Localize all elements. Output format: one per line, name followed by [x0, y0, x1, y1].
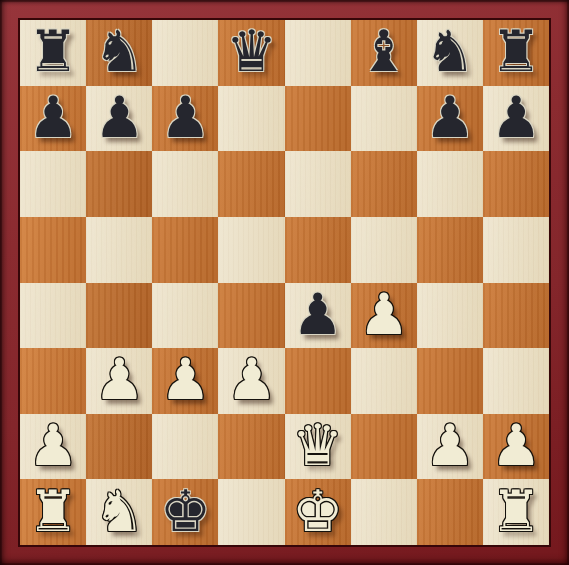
white-rook-h1[interactable]: ♜ — [490, 483, 541, 540]
square-g2[interactable]: ♟ — [417, 414, 483, 480]
square-g4[interactable] — [417, 283, 483, 349]
black-pawn-b7[interactable]: ♟ — [94, 89, 145, 146]
square-g3[interactable] — [417, 348, 483, 414]
square-b5[interactable] — [86, 217, 152, 283]
square-c8[interactable] — [152, 20, 218, 86]
square-c5[interactable] — [152, 217, 218, 283]
square-h1[interactable]: ♜ — [483, 479, 549, 545]
square-c7[interactable]: ♟ — [152, 86, 218, 152]
black-pawn-g7[interactable]: ♟ — [424, 89, 475, 146]
square-b8[interactable]: ♞ — [86, 20, 152, 86]
square-b4[interactable] — [86, 283, 152, 349]
square-a7[interactable]: ♟ — [20, 86, 86, 152]
black-knight-b8[interactable]: ♞ — [94, 23, 145, 80]
square-e8[interactable] — [285, 20, 351, 86]
square-c2[interactable] — [152, 414, 218, 480]
square-g5[interactable] — [417, 217, 483, 283]
square-c6[interactable] — [152, 151, 218, 217]
black-pawn-c7[interactable]: ♟ — [160, 89, 211, 146]
square-c3[interactable]: ♟ — [152, 348, 218, 414]
white-pawn-a2[interactable]: ♟ — [28, 417, 79, 474]
black-rook-a8[interactable]: ♜ — [28, 23, 79, 80]
square-d1[interactable] — [218, 479, 284, 545]
square-c1[interactable]: ♚ — [152, 479, 218, 545]
white-king-e1[interactable]: ♚ — [292, 483, 343, 540]
square-g1[interactable] — [417, 479, 483, 545]
square-e5[interactable] — [285, 217, 351, 283]
white-pawn-f4[interactable]: ♟ — [358, 286, 409, 343]
square-f8[interactable]: ♝ — [351, 20, 417, 86]
square-d3[interactable]: ♟ — [218, 348, 284, 414]
square-d8[interactable]: ♛ — [218, 20, 284, 86]
square-d2[interactable] — [218, 414, 284, 480]
square-d5[interactable] — [218, 217, 284, 283]
square-d4[interactable] — [218, 283, 284, 349]
square-e4[interactable]: ♟ — [285, 283, 351, 349]
square-g6[interactable] — [417, 151, 483, 217]
square-b2[interactable] — [86, 414, 152, 480]
square-b6[interactable] — [86, 151, 152, 217]
square-h3[interactable] — [483, 348, 549, 414]
white-pawn-d3[interactable]: ♟ — [226, 351, 277, 408]
black-bishop-f8[interactable]: ♝ — [358, 23, 409, 80]
square-b7[interactable]: ♟ — [86, 86, 152, 152]
square-b1[interactable]: ♞ — [86, 479, 152, 545]
square-h7[interactable]: ♟ — [483, 86, 549, 152]
square-a5[interactable] — [20, 217, 86, 283]
white-knight-b1[interactable]: ♞ — [94, 483, 145, 540]
square-g7[interactable]: ♟ — [417, 86, 483, 152]
white-rook-a1[interactable]: ♜ — [28, 483, 79, 540]
square-a6[interactable] — [20, 151, 86, 217]
black-pawn-h7[interactable]: ♟ — [490, 89, 541, 146]
square-g8[interactable]: ♞ — [417, 20, 483, 86]
black-queen-d8[interactable]: ♛ — [226, 23, 277, 80]
black-pawn-a7[interactable]: ♟ — [28, 89, 79, 146]
square-c4[interactable] — [152, 283, 218, 349]
square-h2[interactable]: ♟ — [483, 414, 549, 480]
black-king-c1[interactable]: ♚ — [160, 483, 211, 540]
board-frame: ♜♞♛♝♞♜♟♟♟♟♟♟♟♟♟♟♟♛♟♟♜♞♚♚♜ — [0, 0, 569, 565]
white-pawn-h2[interactable]: ♟ — [490, 417, 541, 474]
square-f2[interactable] — [351, 414, 417, 480]
black-pawn-e4[interactable]: ♟ — [292, 286, 343, 343]
square-h5[interactable] — [483, 217, 549, 283]
chess-board: ♜♞♛♝♞♜♟♟♟♟♟♟♟♟♟♟♟♛♟♟♜♞♚♚♜ — [20, 20, 549, 545]
square-a1[interactable]: ♜ — [20, 479, 86, 545]
square-d7[interactable] — [218, 86, 284, 152]
black-rook-h8[interactable]: ♜ — [490, 23, 541, 80]
square-e3[interactable] — [285, 348, 351, 414]
square-h8[interactable]: ♜ — [483, 20, 549, 86]
square-f6[interactable] — [351, 151, 417, 217]
square-f4[interactable]: ♟ — [351, 283, 417, 349]
square-f5[interactable] — [351, 217, 417, 283]
white-pawn-g2[interactable]: ♟ — [424, 417, 475, 474]
square-f1[interactable] — [351, 479, 417, 545]
square-a2[interactable]: ♟ — [20, 414, 86, 480]
square-f7[interactable] — [351, 86, 417, 152]
square-a4[interactable] — [20, 283, 86, 349]
square-h6[interactable] — [483, 151, 549, 217]
square-a3[interactable] — [20, 348, 86, 414]
square-b3[interactable]: ♟ — [86, 348, 152, 414]
square-e2[interactable]: ♛ — [285, 414, 351, 480]
white-pawn-c3[interactable]: ♟ — [160, 351, 211, 408]
square-a8[interactable]: ♜ — [20, 20, 86, 86]
white-queen-e2[interactable]: ♛ — [292, 417, 343, 474]
square-e1[interactable]: ♚ — [285, 479, 351, 545]
square-e6[interactable] — [285, 151, 351, 217]
square-h4[interactable] — [483, 283, 549, 349]
white-pawn-b3[interactable]: ♟ — [94, 351, 145, 408]
square-d6[interactable] — [218, 151, 284, 217]
black-knight-g8[interactable]: ♞ — [424, 23, 475, 80]
square-f3[interactable] — [351, 348, 417, 414]
square-e7[interactable] — [285, 86, 351, 152]
